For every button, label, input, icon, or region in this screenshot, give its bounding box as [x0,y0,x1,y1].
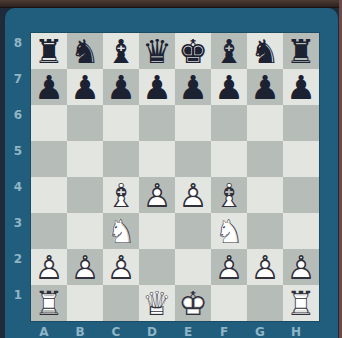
piece-black-knight[interactable]: ♞ [247,33,283,69]
square-b7[interactable]: ♟ [67,69,103,105]
rank-label-2: 2 [8,241,28,277]
piece-black-knight[interactable]: ♞ [67,33,103,69]
piece-glyph-outline: ♙ [139,177,175,213]
piece-glyph-outline: ♙ [31,249,67,285]
piece-glyph-outline: ♙ [103,249,139,285]
piece-glyph-fill: ♞ [247,33,283,69]
piece-glyph-fill: ♟ [211,69,247,105]
square-h1[interactable]: ♜♖ [283,285,319,321]
square-e4[interactable]: ♟♙ [175,177,211,213]
piece-white-queen[interactable]: ♛♕ [139,285,175,321]
square-a3[interactable] [31,213,67,249]
rank-label-3: 3 [8,205,28,241]
square-b6[interactable] [67,105,103,141]
square-f5[interactable] [211,141,247,177]
piece-black-bishop[interactable]: ♝ [211,33,247,69]
piece-black-pawn[interactable]: ♟ [283,69,319,105]
piece-glyph-outline: ♙ [283,249,319,285]
square-a1[interactable]: ♜♖ [31,285,67,321]
file-label-b: B [62,322,98,338]
rank-label-7: 7 [8,61,28,97]
piece-white-knight[interactable]: ♞♘ [103,213,139,249]
square-f2[interactable]: ♟♙ [211,249,247,285]
piece-white-rook[interactable]: ♜♖ [31,285,67,321]
file-label-d: D [134,322,170,338]
piece-white-pawn[interactable]: ♟♙ [283,249,319,285]
file-label-c: C [98,322,134,338]
square-a7[interactable]: ♟ [31,69,67,105]
square-d8[interactable]: ♛ [139,33,175,69]
square-e8[interactable]: ♚ [175,33,211,69]
square-f4[interactable]: ♝♗ [211,177,247,213]
piece-glyph-outline: ♘ [211,213,247,249]
file-label-a: A [26,322,62,338]
square-c8[interactable]: ♝ [103,33,139,69]
piece-black-bishop[interactable]: ♝ [103,33,139,69]
square-h8[interactable]: ♜ [283,33,319,69]
square-c1[interactable] [103,285,139,321]
square-e2[interactable] [175,249,211,285]
piece-glyph-outline: ♙ [247,249,283,285]
piece-white-pawn[interactable]: ♟♙ [247,249,283,285]
piece-black-pawn[interactable]: ♟ [67,69,103,105]
square-e7[interactable]: ♟ [175,69,211,105]
square-c2[interactable]: ♟♙ [103,249,139,285]
piece-glyph-outline: ♘ [103,213,139,249]
square-a6[interactable] [31,105,67,141]
square-d2[interactable] [139,249,175,285]
square-e3[interactable] [175,213,211,249]
square-e1[interactable]: ♚♔ [175,285,211,321]
square-c6[interactable] [103,105,139,141]
rank-label-8: 8 [8,25,28,61]
piece-glyph-outline: ♙ [175,177,211,213]
square-b5[interactable] [67,141,103,177]
square-b4[interactable] [67,177,103,213]
square-g4[interactable] [247,177,283,213]
file-label-e: E [170,322,206,338]
square-g5[interactable] [247,141,283,177]
chess-board: ♜♞♝♛♚♝♞♜♟♟♟♟♟♟♟♟♝♗♟♙♟♙♝♗♞♘♞♘♟♙♟♙♟♙♟♙♟♙♟♙… [31,33,319,321]
piece-glyph-outline: ♙ [211,249,247,285]
piece-white-pawn[interactable]: ♟♙ [103,249,139,285]
piece-black-king[interactable]: ♚ [175,33,211,69]
piece-black-pawn[interactable]: ♟ [175,69,211,105]
piece-white-pawn[interactable]: ♟♙ [31,249,67,285]
square-c3[interactable]: ♞♘ [103,213,139,249]
square-f8[interactable]: ♝ [211,33,247,69]
rank-label-5: 5 [8,133,28,169]
square-h7[interactable]: ♟ [283,69,319,105]
rank-label-6: 6 [8,97,28,133]
piece-glyph-fill: ♚ [175,33,211,69]
square-b2[interactable]: ♟♙ [67,249,103,285]
piece-black-pawn[interactable]: ♟ [211,69,247,105]
piece-glyph-fill: ♟ [139,69,175,105]
square-g7[interactable]: ♟ [247,69,283,105]
square-c5[interactable] [103,141,139,177]
square-d5[interactable] [139,141,175,177]
square-c7[interactable]: ♟ [103,69,139,105]
piece-white-rook[interactable]: ♜♖ [283,285,319,321]
piece-glyph-outline: ♖ [31,285,67,321]
piece-white-pawn[interactable]: ♟♙ [211,249,247,285]
piece-glyph-fill: ♟ [247,69,283,105]
square-e5[interactable] [175,141,211,177]
square-d7[interactable]: ♟ [139,69,175,105]
square-f7[interactable]: ♟ [211,69,247,105]
square-e6[interactable] [175,105,211,141]
square-a2[interactable]: ♟♙ [31,249,67,285]
square-h6[interactable] [283,105,319,141]
piece-glyph-fill: ♟ [103,69,139,105]
piece-glyph-outline: ♗ [211,177,247,213]
piece-white-knight[interactable]: ♞♘ [211,213,247,249]
piece-black-pawn[interactable]: ♟ [103,69,139,105]
square-h2[interactable]: ♟♙ [283,249,319,285]
chess-app-window: ♜♞♝♛♚♝♞♜♟♟♟♟♟♟♟♟♝♗♟♙♟♙♝♗♞♘♞♘♟♙♟♙♟♙♟♙♟♙♟♙… [0,0,342,338]
window-top-edge [0,0,342,8]
square-d4[interactable]: ♟♙ [139,177,175,213]
square-g2[interactable]: ♟♙ [247,249,283,285]
square-g8[interactable]: ♞ [247,33,283,69]
piece-white-pawn[interactable]: ♟♙ [67,249,103,285]
piece-glyph-fill: ♜ [31,33,67,69]
piece-glyph-outline: ♖ [283,285,319,321]
piece-white-bishop[interactable]: ♝♗ [103,177,139,213]
square-a8[interactable]: ♜ [31,33,67,69]
piece-black-pawn[interactable]: ♟ [31,69,67,105]
piece-glyph-outline: ♔ [175,285,211,321]
square-c4[interactable]: ♝♗ [103,177,139,213]
piece-glyph-fill: ♜ [283,33,319,69]
file-label-f: F [206,322,242,338]
square-b3[interactable] [67,213,103,249]
piece-black-pawn[interactable]: ♟ [247,69,283,105]
rank-label-1: 1 [8,277,28,313]
piece-glyph-outline: ♗ [103,177,139,213]
square-f6[interactable] [211,105,247,141]
square-d6[interactable] [139,105,175,141]
piece-black-rook[interactable]: ♜ [283,33,319,69]
square-b1[interactable] [67,285,103,321]
square-h4[interactable] [283,177,319,213]
square-f1[interactable] [211,285,247,321]
piece-white-bishop[interactable]: ♝♗ [211,177,247,213]
piece-glyph-outline: ♕ [139,285,175,321]
piece-glyph-fill: ♝ [211,33,247,69]
square-a5[interactable] [31,141,67,177]
rank-label-4: 4 [8,169,28,205]
square-d3[interactable] [139,213,175,249]
piece-glyph-fill: ♟ [67,69,103,105]
file-label-h: H [278,322,314,338]
square-h3[interactable] [283,213,319,249]
file-label-g: G [242,322,278,338]
piece-black-queen[interactable]: ♛ [139,33,175,69]
piece-white-pawn[interactable]: ♟♙ [139,177,175,213]
piece-black-rook[interactable]: ♜ [31,33,67,69]
piece-black-pawn[interactable]: ♟ [139,69,175,105]
square-b8[interactable]: ♞ [67,33,103,69]
piece-glyph-fill: ♟ [283,69,319,105]
square-d1[interactable]: ♛♕ [139,285,175,321]
square-g6[interactable] [247,105,283,141]
piece-glyph-fill: ♟ [31,69,67,105]
square-g1[interactable] [247,285,283,321]
piece-white-king[interactable]: ♚♔ [175,285,211,321]
piece-glyph-fill: ♟ [175,69,211,105]
square-g3[interactable] [247,213,283,249]
board-panel: ♜♞♝♛♚♝♞♜♟♟♟♟♟♟♟♟♝♗♟♙♟♙♝♗♞♘♞♘♟♙♟♙♟♙♟♙♟♙♟♙… [5,8,338,338]
piece-glyph-outline: ♙ [67,249,103,285]
square-f3[interactable]: ♞♘ [211,213,247,249]
piece-white-pawn[interactable]: ♟♙ [175,177,211,213]
square-h5[interactable] [283,141,319,177]
square-a4[interactable] [31,177,67,213]
piece-glyph-fill: ♝ [103,33,139,69]
piece-glyph-fill: ♞ [67,33,103,69]
piece-glyph-fill: ♛ [139,33,175,69]
